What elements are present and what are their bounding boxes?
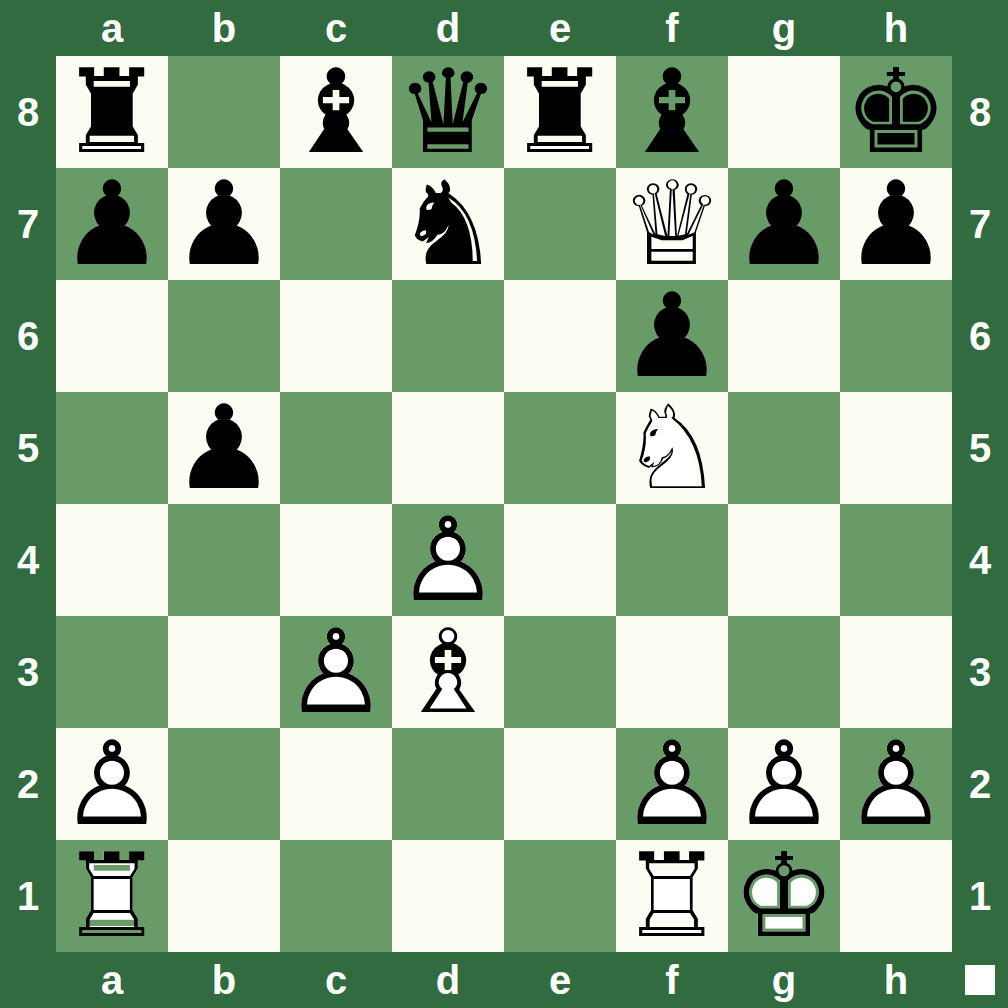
white-pawn-outline-glyph: ♙ (732, 726, 836, 842)
rank-label-1-left: 1 (0, 840, 56, 952)
corner-bottom-right (952, 952, 1008, 1008)
square-b7[interactable]: ♟ (168, 168, 280, 280)
rank-label-4-left: 4 (0, 504, 56, 616)
black-pawn-glyph: ♟ (844, 166, 948, 282)
black-pawn-glyph: ♟ (172, 390, 276, 506)
square-h5[interactable] (840, 392, 952, 504)
square-c1[interactable] (280, 840, 392, 952)
black-rook[interactable]: ♜ (60, 54, 164, 170)
white-pawn[interactable]: ♟♙ (396, 502, 500, 618)
square-a2[interactable]: ♟♙ (56, 728, 168, 840)
square-e7[interactable] (504, 168, 616, 280)
black-rook-glyph: ♜ (60, 54, 164, 170)
white-knight[interactable]: ♞♘ (620, 390, 724, 506)
black-knight[interactable]: ♞ (396, 166, 500, 282)
white-queen-outline-glyph: ♕ (620, 166, 724, 282)
square-c6[interactable] (280, 280, 392, 392)
file-label-d-bottom: d (392, 952, 504, 1008)
square-g4[interactable] (728, 504, 840, 616)
white-pawn-outline-glyph: ♙ (396, 502, 500, 618)
square-b1[interactable] (168, 840, 280, 952)
square-e5[interactable] (504, 392, 616, 504)
white-queen[interactable]: ♛♕ (620, 166, 724, 282)
square-g7[interactable]: ♟ (728, 168, 840, 280)
black-pawn[interactable]: ♟ (844, 166, 948, 282)
square-g5[interactable] (728, 392, 840, 504)
black-bishop-glyph: ♝ (284, 54, 388, 170)
black-bishop[interactable]: ♝ (620, 54, 724, 170)
square-b6[interactable] (168, 280, 280, 392)
square-g1[interactable]: ♚♔ (728, 840, 840, 952)
square-f4[interactable] (616, 504, 728, 616)
square-c8[interactable]: ♝ (280, 56, 392, 168)
file-label-b-top: b (168, 0, 280, 56)
black-pawn-glyph: ♟ (60, 166, 164, 282)
rank-label-6-left: 6 (0, 280, 56, 392)
square-e3[interactable] (504, 616, 616, 728)
square-a1[interactable]: ♜♖ (56, 840, 168, 952)
black-pawn-glyph: ♟ (620, 278, 724, 394)
black-pawn-glyph: ♟ (732, 166, 836, 282)
square-h8[interactable]: ♚ (840, 56, 952, 168)
black-pawn[interactable]: ♟ (172, 166, 276, 282)
file-label-e-bottom: e (504, 952, 616, 1008)
square-f2[interactable]: ♟♙ (616, 728, 728, 840)
square-a3[interactable] (56, 616, 168, 728)
square-h4[interactable] (840, 504, 952, 616)
black-knight-glyph: ♞ (396, 166, 500, 282)
square-f6[interactable]: ♟ (616, 280, 728, 392)
corner-bottom-left (0, 952, 56, 1008)
rank-label-2-left: 2 (0, 728, 56, 840)
square-d8[interactable]: ♛ (392, 56, 504, 168)
square-a8[interactable]: ♜ (56, 56, 168, 168)
white-rook[interactable]: ♜♖ (60, 838, 164, 954)
square-a5[interactable] (56, 392, 168, 504)
white-pawn[interactable]: ♟♙ (284, 614, 388, 730)
white-king-outline-glyph: ♔ (732, 838, 836, 954)
white-pawn[interactable]: ♟♙ (60, 726, 164, 842)
square-g2[interactable]: ♟♙ (728, 728, 840, 840)
black-pawn[interactable]: ♟ (732, 166, 836, 282)
file-label-h-bottom: h (840, 952, 952, 1008)
square-a6[interactable] (56, 280, 168, 392)
white-rook[interactable]: ♜♖ (620, 838, 724, 954)
square-c7[interactable] (280, 168, 392, 280)
white-pawn[interactable]: ♟♙ (732, 726, 836, 842)
square-f7[interactable]: ♛♕ (616, 168, 728, 280)
square-d6[interactable] (392, 280, 504, 392)
square-g3[interactable] (728, 616, 840, 728)
white-pawn-outline-glyph: ♙ (60, 726, 164, 842)
white-pawn-outline-glyph: ♙ (284, 614, 388, 730)
white-pawn-outline-glyph: ♙ (620, 726, 724, 842)
white-rook-outline-glyph: ♖ (60, 838, 164, 954)
white-king[interactable]: ♚♔ (732, 838, 836, 954)
square-g6[interactable] (728, 280, 840, 392)
rank-label-5-right: 5 (952, 392, 1008, 504)
square-a4[interactable] (56, 504, 168, 616)
white-pawn[interactable]: ♟♙ (844, 726, 948, 842)
white-rook-outline-glyph: ♖ (620, 838, 724, 954)
square-b2[interactable] (168, 728, 280, 840)
black-king[interactable]: ♚ (844, 54, 948, 170)
file-label-g-top: g (728, 0, 840, 56)
black-rook[interactable]: ♜ (508, 54, 612, 170)
square-d5[interactable] (392, 392, 504, 504)
side-to-move-indicator (965, 965, 995, 995)
square-b5[interactable]: ♟ (168, 392, 280, 504)
square-h7[interactable]: ♟ (840, 168, 952, 280)
rank-label-6-right: 6 (952, 280, 1008, 392)
white-bishop-outline-glyph: ♗ (396, 614, 500, 730)
rank-label-2-right: 2 (952, 728, 1008, 840)
square-e8[interactable]: ♜ (504, 56, 616, 168)
corner-top-left (0, 0, 56, 56)
white-knight-outline-glyph: ♘ (620, 390, 724, 506)
corner-top-right (952, 0, 1008, 56)
square-d7[interactable]: ♞ (392, 168, 504, 280)
black-pawn-glyph: ♟ (172, 166, 276, 282)
square-e4[interactable] (504, 504, 616, 616)
square-e2[interactable] (504, 728, 616, 840)
square-f8[interactable]: ♝ (616, 56, 728, 168)
white-pawn[interactable]: ♟♙ (620, 726, 724, 842)
square-e6[interactable] (504, 280, 616, 392)
square-c4[interactable] (280, 504, 392, 616)
rank-label-7-right: 7 (952, 168, 1008, 280)
square-b8[interactable] (168, 56, 280, 168)
rank-label-8-right: 8 (952, 56, 1008, 168)
square-b3[interactable] (168, 616, 280, 728)
black-queen[interactable]: ♛ (396, 54, 500, 170)
black-rook-glyph: ♜ (508, 54, 612, 170)
black-pawn[interactable]: ♟ (60, 166, 164, 282)
square-g8[interactable] (728, 56, 840, 168)
file-label-c-bottom: c (280, 952, 392, 1008)
square-d4[interactable]: ♟♙ (392, 504, 504, 616)
black-pawn[interactable]: ♟ (620, 278, 724, 394)
black-king-glyph: ♚ (844, 54, 948, 170)
white-bishop[interactable]: ♝♗ (396, 614, 500, 730)
rank-label-3-left: 3 (0, 616, 56, 728)
square-d1[interactable] (392, 840, 504, 952)
square-d2[interactable] (392, 728, 504, 840)
square-b4[interactable] (168, 504, 280, 616)
square-d3[interactable]: ♝♗ (392, 616, 504, 728)
square-h3[interactable] (840, 616, 952, 728)
rank-label-3-right: 3 (952, 616, 1008, 728)
rank-label-4-right: 4 (952, 504, 1008, 616)
square-e1[interactable] (504, 840, 616, 952)
square-a7[interactable]: ♟ (56, 168, 168, 280)
white-pawn-outline-glyph: ♙ (844, 726, 948, 842)
file-label-b-bottom: b (168, 952, 280, 1008)
square-c5[interactable] (280, 392, 392, 504)
square-f5[interactable]: ♞♘ (616, 392, 728, 504)
black-queen-glyph: ♛ (396, 54, 500, 170)
black-pawn[interactable]: ♟ (172, 390, 276, 506)
rank-label-1-right: 1 (952, 840, 1008, 952)
rank-label-8-left: 8 (0, 56, 56, 168)
square-f1[interactable]: ♜♖ (616, 840, 728, 952)
square-c3[interactable]: ♟♙ (280, 616, 392, 728)
square-h1[interactable] (840, 840, 952, 952)
square-c2[interactable] (280, 728, 392, 840)
rank-label-7-left: 7 (0, 168, 56, 280)
black-bishop[interactable]: ♝ (284, 54, 388, 170)
square-h2[interactable]: ♟♙ (840, 728, 952, 840)
black-bishop-glyph: ♝ (620, 54, 724, 170)
square-h6[interactable] (840, 280, 952, 392)
rank-label-5-left: 5 (0, 392, 56, 504)
square-f3[interactable] (616, 616, 728, 728)
chess-board: abcdefgh8♜♝♛♜♝♚87♟♟♞♛♕♟♟76♟65♟♞♘54♟♙43♟♙… (0, 0, 1008, 1008)
